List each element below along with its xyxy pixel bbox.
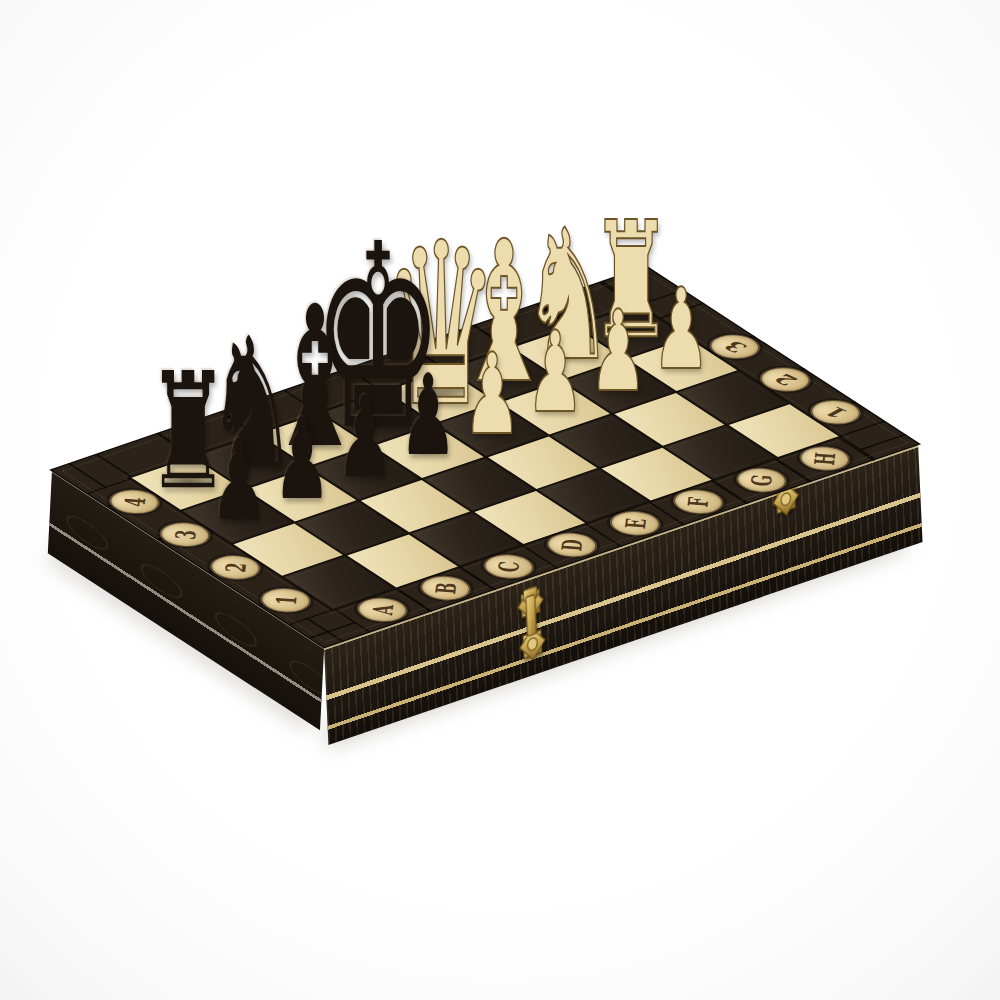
chess-set-photo: ABCDEFGH1234123 ♜♞♝♚♛♝♞♜♟♟♟♟♟♟♟♟ (0, 0, 1000, 1000)
latch-clasp-icon (508, 574, 557, 684)
